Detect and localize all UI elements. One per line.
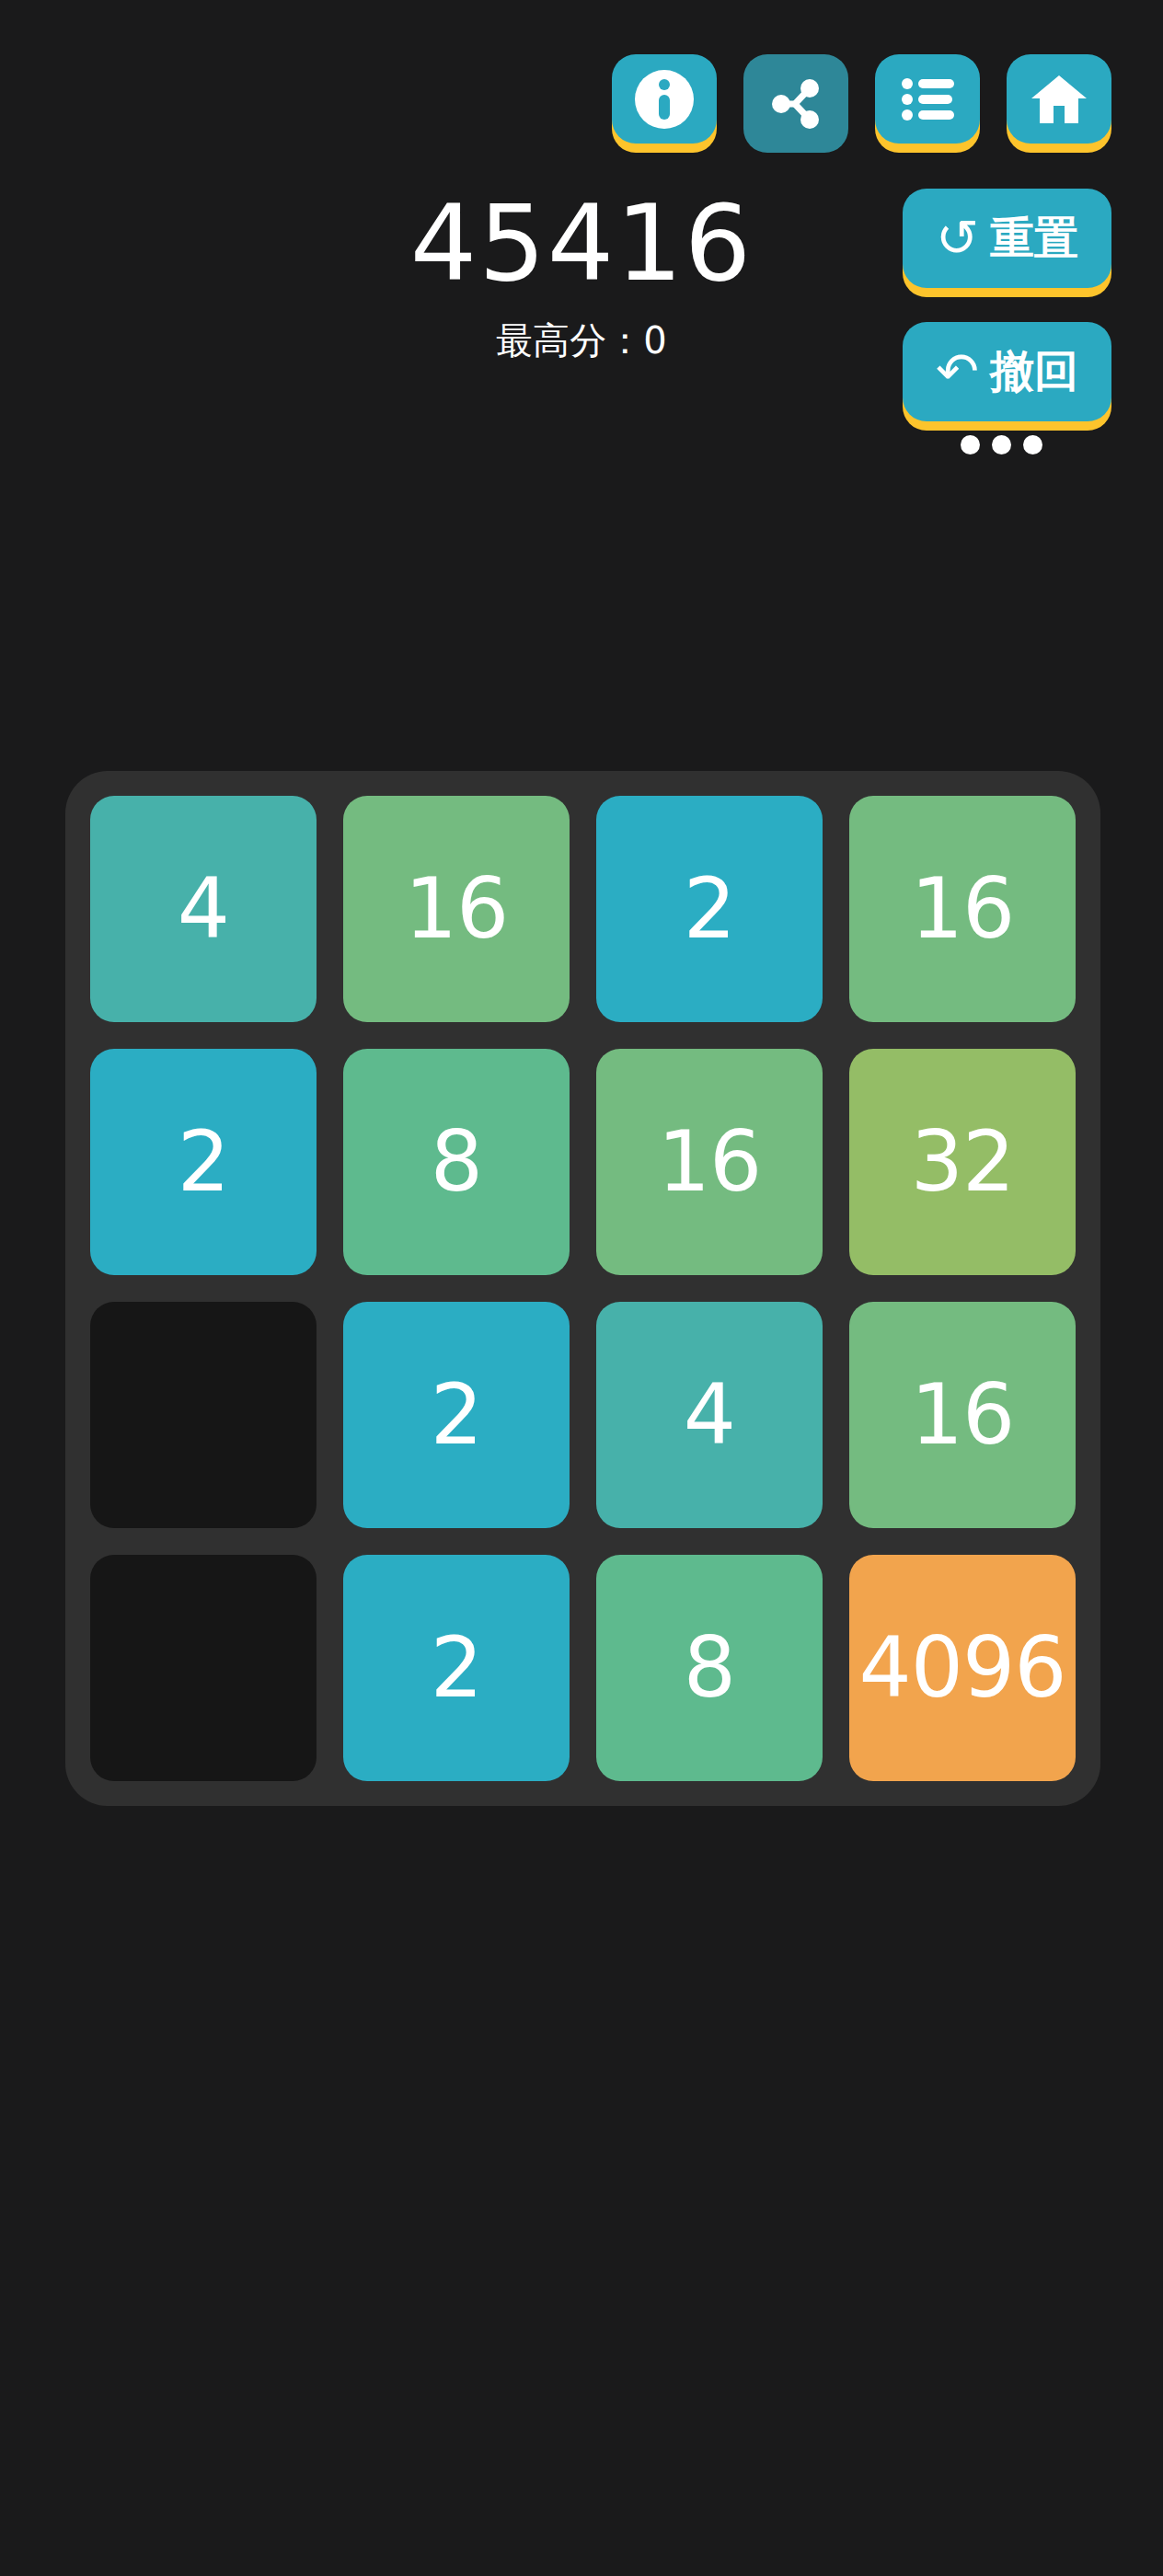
reset-label: 重置: [990, 209, 1078, 268]
tile-16: 16: [596, 1049, 823, 1275]
list-icon: [899, 71, 956, 128]
info-icon-stem: [659, 95, 670, 120]
tile-8: 8: [596, 1555, 823, 1781]
tile-32: 32: [849, 1049, 1076, 1275]
share-icon: [767, 75, 824, 132]
empty-cell: [90, 1302, 317, 1528]
home-button[interactable]: [1007, 54, 1111, 144]
undo-icon: ↶: [936, 346, 979, 397]
dot: [1023, 435, 1042, 454]
undo-button[interactable]: ↶ 撤回: [903, 322, 1111, 421]
game-board[interactable]: 4162162816322416284096: [65, 771, 1100, 1806]
empty-cell: [90, 1555, 317, 1781]
tile-16: 16: [849, 1302, 1076, 1528]
tile-4: 4: [596, 1302, 823, 1528]
app-screen: 45416 最高分：0 ↺ 重置 ↶ 撤回 416216281632241628…: [0, 0, 1163, 2576]
undo-label: 撤回: [990, 342, 1078, 401]
more-dots[interactable]: [961, 435, 1042, 454]
toolbar: [612, 54, 1111, 153]
info-icon-dot: [659, 79, 670, 90]
info-button[interactable]: [612, 54, 717, 144]
tile-2: 2: [596, 796, 823, 1022]
reset-button[interactable]: ↺ 重置: [903, 189, 1111, 288]
list-button[interactable]: [875, 54, 980, 144]
tile-2: 2: [343, 1555, 570, 1781]
info-icon: [635, 70, 694, 129]
share-button[interactable]: [743, 54, 848, 153]
tile-8: 8: [343, 1049, 570, 1275]
tile-16: 16: [343, 796, 570, 1022]
tile-16: 16: [849, 796, 1076, 1022]
tile-2: 2: [90, 1049, 317, 1275]
dot: [961, 435, 980, 454]
tile-4: 4: [90, 796, 317, 1022]
tile-2: 2: [343, 1302, 570, 1528]
tile-4096: 4096: [849, 1555, 1076, 1781]
reset-icon: ↺: [936, 213, 979, 264]
home-icon: [1030, 72, 1088, 127]
dot: [992, 435, 1011, 454]
